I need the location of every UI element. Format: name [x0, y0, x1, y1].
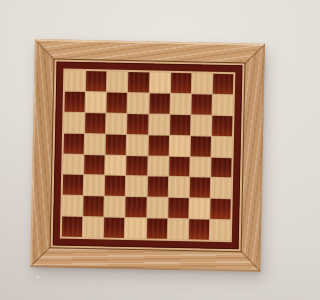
square-e3[interactable] [147, 177, 168, 197]
square-d5[interactable] [127, 135, 148, 155]
square-a8[interactable] [65, 71, 86, 91]
square-a2[interactable] [62, 196, 83, 216]
square-f6[interactable] [170, 115, 191, 135]
square-e4[interactable] [148, 156, 169, 176]
square-c2[interactable] [105, 197, 126, 217]
square-b2[interactable] [83, 196, 104, 216]
square-h2[interactable] [210, 199, 231, 219]
square-g1[interactable] [189, 219, 210, 239]
square-d2[interactable] [126, 197, 147, 217]
square-b5[interactable] [85, 134, 106, 154]
square-a4[interactable] [63, 154, 84, 174]
mahogany-mat [53, 61, 243, 249]
square-g4[interactable] [190, 157, 211, 177]
square-h4[interactable] [211, 157, 232, 177]
square-h8[interactable] [213, 74, 234, 94]
square-g5[interactable] [190, 136, 211, 156]
square-f8[interactable] [171, 73, 192, 93]
square-h7[interactable] [212, 95, 233, 115]
square-b4[interactable] [84, 155, 105, 175]
board-grid [62, 71, 233, 240]
square-g3[interactable] [189, 178, 210, 198]
square-c8[interactable] [107, 72, 128, 92]
square-f1[interactable] [167, 219, 188, 239]
square-e6[interactable] [149, 114, 170, 134]
wall-speck [37, 276, 39, 278]
square-g6[interactable] [191, 115, 212, 135]
square-a5[interactable] [64, 133, 85, 153]
square-h1[interactable] [210, 220, 231, 240]
square-d1[interactable] [125, 218, 146, 238]
square-g8[interactable] [192, 73, 213, 93]
square-f4[interactable] [169, 156, 190, 176]
square-f2[interactable] [168, 198, 189, 218]
square-c7[interactable] [107, 92, 128, 112]
square-c3[interactable] [105, 176, 126, 196]
square-b1[interactable] [83, 217, 104, 237]
square-a3[interactable] [63, 175, 84, 195]
square-h6[interactable] [212, 115, 233, 135]
square-e7[interactable] [149, 93, 170, 113]
chessboard [30, 39, 265, 272]
square-e1[interactable] [146, 219, 167, 239]
square-c5[interactable] [106, 134, 127, 154]
square-d8[interactable] [128, 72, 149, 92]
wall-background: { "game": "chess", "position": { "fen": … [0, 0, 300, 300]
board-margin [60, 69, 236, 243]
square-d6[interactable] [127, 114, 148, 134]
square-d7[interactable] [128, 93, 149, 113]
square-e8[interactable] [149, 72, 170, 92]
square-c6[interactable] [106, 113, 127, 133]
square-f5[interactable] [169, 135, 190, 155]
square-b6[interactable] [85, 113, 106, 133]
square-g7[interactable] [191, 94, 212, 114]
square-b3[interactable] [84, 175, 105, 195]
square-a1[interactable] [62, 217, 83, 237]
square-a7[interactable] [64, 92, 85, 112]
square-f3[interactable] [168, 177, 189, 197]
square-d3[interactable] [126, 176, 147, 196]
square-b7[interactable] [86, 92, 107, 112]
square-e2[interactable] [147, 198, 168, 218]
square-h5[interactable] [211, 136, 232, 156]
square-g2[interactable] [189, 199, 210, 219]
square-a6[interactable] [64, 112, 85, 132]
square-e5[interactable] [148, 135, 169, 155]
square-b8[interactable] [86, 71, 107, 91]
square-d4[interactable] [127, 155, 148, 175]
square-c4[interactable] [105, 155, 126, 175]
square-f7[interactable] [170, 94, 191, 114]
square-c1[interactable] [104, 218, 125, 238]
square-h3[interactable] [211, 178, 232, 198]
